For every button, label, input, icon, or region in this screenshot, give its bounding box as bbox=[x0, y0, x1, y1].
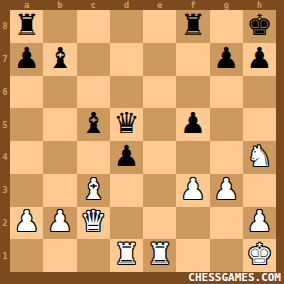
file-label-d: d bbox=[110, 0, 143, 10]
piece-white-king: ♚ bbox=[246, 240, 272, 269]
rank-label-2: 2 bbox=[0, 207, 10, 240]
piece-black-pawn: ♟ bbox=[180, 109, 206, 138]
piece-black-pawn: ♟ bbox=[246, 44, 272, 73]
square-h1[interactable]: ♚ bbox=[243, 239, 276, 272]
rank-label-5: 5 bbox=[0, 108, 10, 141]
square-f7[interactable] bbox=[176, 43, 209, 76]
square-e1[interactable]: ♜ bbox=[143, 239, 176, 272]
rank-label-4: 4 bbox=[0, 141, 10, 174]
square-a4[interactable] bbox=[10, 141, 43, 174]
square-g2[interactable] bbox=[210, 207, 243, 240]
piece-black-rook: ♜ bbox=[14, 11, 40, 40]
square-c6[interactable] bbox=[77, 76, 110, 109]
square-b8[interactable] bbox=[43, 10, 76, 43]
piece-black-pawn: ♟ bbox=[213, 44, 239, 73]
piece-black-king: ♚ bbox=[246, 11, 272, 40]
square-d4[interactable]: ♟ bbox=[110, 141, 143, 174]
square-c2[interactable]: ♛ bbox=[77, 207, 110, 240]
square-f8[interactable]: ♜ bbox=[176, 10, 209, 43]
file-label-e: e bbox=[143, 0, 176, 10]
square-a6[interactable] bbox=[10, 76, 43, 109]
rank-labels: 87654321 bbox=[0, 10, 10, 272]
square-a5[interactable] bbox=[10, 108, 43, 141]
square-h8[interactable]: ♚ bbox=[243, 10, 276, 43]
square-e3[interactable] bbox=[143, 174, 176, 207]
file-label-b: b bbox=[43, 0, 76, 10]
square-g6[interactable] bbox=[210, 76, 243, 109]
file-labels: abcdefgh bbox=[10, 0, 276, 10]
square-d5[interactable]: ♛ bbox=[110, 108, 143, 141]
square-h5[interactable] bbox=[243, 108, 276, 141]
square-f6[interactable] bbox=[176, 76, 209, 109]
square-a7[interactable]: ♟ bbox=[10, 43, 43, 76]
square-d8[interactable] bbox=[110, 10, 143, 43]
chess-diagram: abcdefgh 87654321 ♜♜♚♟♝♟♟♝♛♟♟♞♝♟♟♟♟♛♟♜♜♚… bbox=[0, 0, 284, 284]
file-label-c: c bbox=[77, 0, 110, 10]
square-b5[interactable] bbox=[43, 108, 76, 141]
file-label-a: a bbox=[10, 0, 43, 10]
square-b7[interactable]: ♝ bbox=[43, 43, 76, 76]
chess-board: ♜♜♚♟♝♟♟♝♛♟♟♞♝♟♟♟♟♛♟♜♜♚ bbox=[10, 10, 276, 272]
square-d1[interactable]: ♜ bbox=[110, 239, 143, 272]
square-c8[interactable] bbox=[77, 10, 110, 43]
square-f4[interactable] bbox=[176, 141, 209, 174]
square-g7[interactable]: ♟ bbox=[210, 43, 243, 76]
square-f5[interactable]: ♟ bbox=[176, 108, 209, 141]
square-c3[interactable]: ♝ bbox=[77, 174, 110, 207]
rank-label-8: 8 bbox=[0, 10, 10, 43]
square-e5[interactable] bbox=[143, 108, 176, 141]
square-g3[interactable]: ♟ bbox=[210, 174, 243, 207]
square-b3[interactable] bbox=[43, 174, 76, 207]
square-h7[interactable]: ♟ bbox=[243, 43, 276, 76]
square-f1[interactable] bbox=[176, 239, 209, 272]
piece-black-queen: ♛ bbox=[113, 109, 139, 138]
square-g1[interactable] bbox=[210, 239, 243, 272]
file-label-f: f bbox=[176, 0, 209, 10]
piece-white-queen: ♛ bbox=[80, 207, 106, 236]
square-e7[interactable] bbox=[143, 43, 176, 76]
square-f3[interactable]: ♟ bbox=[176, 174, 209, 207]
square-a2[interactable]: ♟ bbox=[10, 207, 43, 240]
square-e8[interactable] bbox=[143, 10, 176, 43]
rank-label-1: 1 bbox=[0, 239, 10, 272]
square-a3[interactable] bbox=[10, 174, 43, 207]
file-label-g: g bbox=[210, 0, 243, 10]
square-d3[interactable] bbox=[110, 174, 143, 207]
square-e6[interactable] bbox=[143, 76, 176, 109]
square-b4[interactable] bbox=[43, 141, 76, 174]
piece-white-pawn: ♟ bbox=[47, 207, 73, 236]
piece-black-bishop: ♝ bbox=[47, 44, 73, 73]
square-g8[interactable] bbox=[210, 10, 243, 43]
piece-white-bishop: ♝ bbox=[80, 175, 106, 204]
piece-black-pawn: ♟ bbox=[14, 44, 40, 73]
square-h2[interactable]: ♟ bbox=[243, 207, 276, 240]
square-b2[interactable]: ♟ bbox=[43, 207, 76, 240]
rank-label-7: 7 bbox=[0, 43, 10, 76]
piece-white-knight: ♞ bbox=[246, 142, 272, 171]
square-h6[interactable] bbox=[243, 76, 276, 109]
square-f2[interactable] bbox=[176, 207, 209, 240]
file-label-h: h bbox=[243, 0, 276, 10]
piece-white-pawn: ♟ bbox=[180, 175, 206, 204]
piece-white-rook: ♜ bbox=[147, 240, 173, 269]
piece-black-rook: ♜ bbox=[180, 11, 206, 40]
piece-black-pawn: ♟ bbox=[113, 142, 139, 171]
site-watermark: CHESSGAMES.COM bbox=[188, 272, 281, 284]
piece-white-rook: ♜ bbox=[113, 240, 139, 269]
rank-label-6: 6 bbox=[0, 76, 10, 109]
square-b1[interactable] bbox=[43, 239, 76, 272]
rank-label-3: 3 bbox=[0, 174, 10, 207]
square-d7[interactable] bbox=[110, 43, 143, 76]
piece-white-pawn: ♟ bbox=[213, 175, 239, 204]
square-c7[interactable] bbox=[77, 43, 110, 76]
piece-white-pawn: ♟ bbox=[14, 207, 40, 236]
square-a8[interactable]: ♜ bbox=[10, 10, 43, 43]
piece-white-pawn: ♟ bbox=[246, 207, 272, 236]
square-h4[interactable]: ♞ bbox=[243, 141, 276, 174]
square-e4[interactable] bbox=[143, 141, 176, 174]
square-h3[interactable] bbox=[243, 174, 276, 207]
square-c1[interactable] bbox=[77, 239, 110, 272]
square-c4[interactable] bbox=[77, 141, 110, 174]
square-g5[interactable] bbox=[210, 108, 243, 141]
square-e2[interactable] bbox=[143, 207, 176, 240]
square-c5[interactable]: ♝ bbox=[77, 108, 110, 141]
piece-black-bishop: ♝ bbox=[80, 109, 106, 138]
square-g4[interactable] bbox=[210, 141, 243, 174]
square-a1[interactable] bbox=[10, 239, 43, 272]
square-b6[interactable] bbox=[43, 76, 76, 109]
square-d6[interactable] bbox=[110, 76, 143, 109]
square-d2[interactable] bbox=[110, 207, 143, 240]
